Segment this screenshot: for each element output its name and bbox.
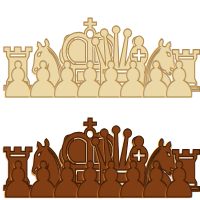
light-piece-set: ♜♞♝♚♛♝♞♜♟♟♟♟♟♟♟♟ — [0, 0, 200, 100]
dark-pawn: ♟ — [160, 155, 198, 200]
dark-piece-set: ♜♞♝♚♛♝♞♜♟♟♟♟♟♟♟♟ — [0, 100, 200, 200]
light-pawn: ♟ — [160, 55, 198, 105]
chess-sets-photo: ♜♞♝♚♛♝♞♜♟♟♟♟♟♟♟♟ ♜♞♝♚♛♝♞♜♟♟♟♟♟♟♟♟ — [0, 0, 200, 200]
